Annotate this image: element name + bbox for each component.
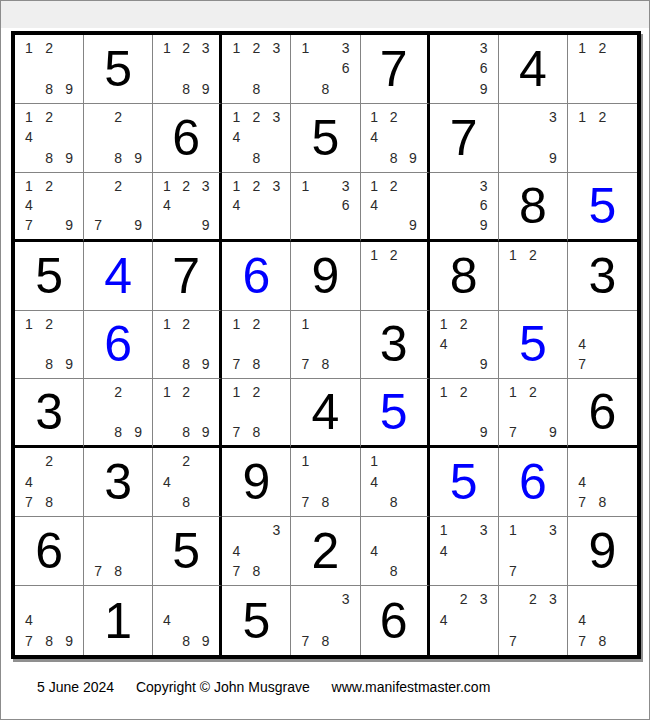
pencil-mark-2: 2 — [108, 382, 128, 402]
cell-r7c1[interactable]: 2478 — [15, 448, 84, 517]
solved-digit: 6 — [222, 242, 290, 310]
pencil-mark-2: 2 — [523, 589, 543, 610]
cell-r8c8[interactable]: 137 — [499, 517, 568, 586]
pencil-mark-4: 4 — [434, 334, 454, 354]
cell-r6c2[interactable]: 289 — [84, 379, 153, 448]
pencil-mark-4: 4 — [19, 127, 39, 147]
pencil-mark-9: 9 — [196, 630, 215, 651]
pencil-mark-8: 8 — [177, 354, 196, 374]
cell-r8c4[interactable]: 3478 — [222, 517, 291, 586]
given-digit: 3 — [568, 242, 637, 310]
pencil-mark-4: 4 — [157, 195, 176, 215]
given-digit: 9 — [222, 448, 290, 516]
pencil-mark-2: 2 — [177, 314, 196, 334]
footer-website: www.manifestmaster.com — [332, 679, 491, 695]
pencil-mark-4: 4 — [434, 610, 454, 631]
pencil-mark-7: 7 — [226, 561, 246, 581]
cell-r1c9[interactable]: 12 — [568, 35, 637, 104]
pencil-marks: 12389 — [157, 38, 215, 99]
cell-r8c1[interactable]: 6 — [15, 517, 84, 586]
pencil-marks: 47 — [572, 314, 633, 375]
pencil-mark-4: 4 — [365, 472, 384, 492]
given-digit: 5 — [153, 517, 219, 585]
footer-date: 5 June 2024 — [37, 679, 114, 695]
cell-r1c1[interactable]: 1289 — [15, 35, 84, 104]
pencil-mark-7: 7 — [19, 492, 39, 512]
cell-r3c4[interactable]: 1234 — [222, 173, 291, 242]
pencil-mark-8: 8 — [246, 354, 266, 374]
cell-r6c1[interactable]: 3 — [15, 379, 84, 448]
cell-r2c4[interactable]: 12348 — [222, 104, 291, 173]
pencil-marks: 369 — [434, 176, 494, 235]
pencil-mark-8: 8 — [39, 79, 59, 99]
footer: 5 June 2024 Copyright © John Musgrave ww… — [37, 679, 508, 695]
pencil-mark-4: 4 — [19, 610, 39, 631]
pencil-marks: 1289 — [157, 314, 215, 375]
cell-r7c4[interactable]: 9 — [222, 448, 291, 517]
pencil-mark-2: 2 — [384, 176, 403, 196]
pencil-mark-1: 1 — [365, 245, 384, 265]
pencil-mark-2: 2 — [592, 107, 612, 127]
cell-r1c6[interactable]: 7 — [361, 35, 430, 104]
given-digit: 6 — [15, 517, 83, 585]
pencil-mark-4: 4 — [157, 472, 176, 492]
pencil-marks: 378 — [295, 589, 355, 651]
pencil-marks: 369 — [434, 38, 494, 99]
cell-r8c6[interactable]: 48 — [361, 517, 430, 586]
pencil-marks: 1279 — [503, 382, 563, 441]
cell-r3c9[interactable]: 5 — [568, 173, 637, 242]
given-digit: 1 — [84, 586, 152, 655]
cell-r1c5[interactable]: 1368 — [291, 35, 360, 104]
cell-r2c6[interactable]: 12489 — [361, 104, 430, 173]
cell-r4c4[interactable]: 6 — [222, 242, 291, 311]
pencil-mark-8: 8 — [108, 561, 128, 581]
pencil-mark-8: 8 — [39, 147, 59, 167]
cell-r8c2[interactable]: 78 — [84, 517, 153, 586]
cell-r2c3[interactable]: 6 — [153, 104, 222, 173]
pencil-mark-1: 1 — [157, 38, 176, 58]
cell-r7c3[interactable]: 248 — [153, 448, 222, 517]
pencil-mark-2: 2 — [177, 176, 196, 196]
pencil-mark-9: 9 — [59, 354, 79, 374]
cell-r8c3[interactable]: 5 — [153, 517, 222, 586]
cell-r2c8[interactable]: 39 — [499, 104, 568, 173]
cell-r9c2[interactable]: 1 — [84, 586, 153, 655]
pencil-mark-1: 1 — [572, 38, 592, 58]
given-digit: 7 — [361, 35, 427, 103]
cell-r6c7[interactable]: 129 — [430, 379, 499, 448]
pencil-mark-1: 1 — [295, 38, 315, 58]
pencil-mark-4: 4 — [19, 195, 39, 215]
pencil-mark-7: 7 — [503, 630, 523, 651]
pencil-mark-2: 2 — [177, 382, 196, 402]
given-digit: 9 — [291, 242, 359, 310]
pencil-mark-3: 3 — [266, 38, 286, 58]
pencil-mark-3: 3 — [266, 107, 286, 127]
pencil-mark-4: 4 — [157, 610, 176, 631]
cell-r7c9[interactable]: 478 — [568, 448, 637, 517]
pencil-mark-9: 9 — [474, 422, 494, 442]
pencil-mark-7: 7 — [572, 354, 592, 374]
pencil-mark-1: 1 — [365, 107, 384, 127]
pencil-marks: 39 — [503, 107, 563, 168]
given-digit: 4 — [499, 35, 567, 103]
pencil-mark-8: 8 — [177, 79, 196, 99]
cell-r6c9[interactable]: 6 — [568, 379, 637, 448]
pencil-mark-7: 7 — [88, 215, 108, 235]
pencil-marks: 489 — [157, 589, 215, 651]
cell-r1c4[interactable]: 1238 — [222, 35, 291, 104]
pencil-marks: 2478 — [19, 451, 79, 512]
pencil-mark-7: 7 — [503, 561, 523, 581]
pencil-marks: 1278 — [226, 314, 286, 375]
given-digit: 6 — [361, 586, 427, 655]
pencil-mark-8: 8 — [315, 630, 335, 651]
cell-r2c9[interactable]: 12 — [568, 104, 637, 173]
pencil-mark-2: 2 — [246, 314, 266, 334]
cell-r1c2[interactable]: 5 — [84, 35, 153, 104]
pencil-mark-9: 9 — [403, 215, 422, 235]
cell-r3c3[interactable]: 12349 — [153, 173, 222, 242]
pencil-mark-2: 2 — [177, 38, 196, 58]
pencil-mark-8: 8 — [177, 422, 196, 442]
cell-r2c7[interactable]: 7 — [430, 104, 499, 173]
pencil-mark-8: 8 — [592, 492, 612, 512]
pencil-mark-1: 1 — [365, 176, 384, 196]
pencil-marks: 1289 — [19, 38, 79, 99]
pencil-mark-3: 3 — [336, 176, 356, 196]
cell-r9c5[interactable]: 378 — [291, 586, 360, 655]
pencil-mark-9: 9 — [59, 147, 79, 167]
pencil-mark-8: 8 — [315, 492, 335, 512]
pencil-marks: 289 — [88, 107, 148, 168]
pencil-mark-1: 1 — [503, 382, 523, 402]
pencil-mark-7: 7 — [295, 630, 315, 651]
cell-r5c4[interactable]: 1278 — [222, 311, 291, 380]
pencil-mark-4: 4 — [434, 541, 454, 561]
given-digit: 3 — [15, 379, 83, 445]
pencil-mark-1: 1 — [19, 107, 39, 127]
solved-digit: 4 — [84, 242, 152, 310]
cell-r4c6[interactable]: 12 — [361, 242, 430, 311]
pencil-mark-3: 3 — [474, 38, 494, 58]
pencil-marks: 129 — [434, 382, 494, 441]
pencil-marks: 12 — [503, 245, 563, 306]
top-band — [1, 1, 649, 28]
given-digit: 3 — [84, 448, 152, 516]
pencil-mark-3: 3 — [196, 176, 215, 196]
footer-copyright: Copyright © John Musgrave — [136, 679, 310, 695]
pencil-mark-2: 2 — [246, 382, 266, 402]
cell-r7c6[interactable]: 148 — [361, 448, 430, 517]
pencil-marks: 248 — [157, 451, 215, 512]
pencil-mark-9: 9 — [196, 215, 215, 235]
cell-r6c5[interactable]: 4 — [291, 379, 360, 448]
pencil-mark-2: 2 — [384, 107, 403, 127]
cell-r8c5[interactable]: 2 — [291, 517, 360, 586]
pencil-mark-8: 8 — [592, 630, 612, 651]
pencil-mark-7: 7 — [572, 630, 592, 651]
pencil-mark-1: 1 — [157, 314, 176, 334]
pencil-mark-4: 4 — [365, 127, 384, 147]
pencil-mark-3: 3 — [543, 589, 563, 610]
cell-r5c3[interactable]: 1289 — [153, 311, 222, 380]
cell-r5c1[interactable]: 1289 — [15, 311, 84, 380]
pencil-mark-8: 8 — [384, 147, 403, 167]
pencil-mark-7: 7 — [295, 354, 315, 374]
cell-r3c2[interactable]: 279 — [84, 173, 153, 242]
pencil-mark-1: 1 — [365, 451, 384, 471]
cell-r2c2[interactable]: 289 — [84, 104, 153, 173]
page: 1289512389123813687369412124892896123485… — [0, 0, 650, 720]
cell-r4c8[interactable]: 12 — [499, 242, 568, 311]
pencil-marks: 12489 — [365, 107, 423, 168]
cell-r4c2[interactable]: 4 — [84, 242, 153, 311]
pencil-mark-4: 4 — [226, 127, 246, 147]
cell-r3c7[interactable]: 369 — [430, 173, 499, 242]
pencil-mark-9: 9 — [128, 215, 148, 235]
pencil-mark-1: 1 — [226, 107, 246, 127]
pencil-mark-9: 9 — [196, 79, 215, 99]
cell-r7c2[interactable]: 3 — [84, 448, 153, 517]
cell-r5c8[interactable]: 5 — [499, 311, 568, 380]
pencil-marks: 12348 — [226, 107, 286, 168]
pencil-mark-9: 9 — [474, 354, 494, 374]
pencil-marks: 12489 — [19, 107, 79, 168]
pencil-mark-6: 6 — [474, 58, 494, 78]
pencil-mark-1: 1 — [572, 107, 592, 127]
pencil-mark-1: 1 — [157, 382, 176, 402]
pencil-mark-8: 8 — [315, 79, 335, 99]
pencil-mark-8: 8 — [177, 492, 196, 512]
pencil-marks: 148 — [365, 451, 423, 512]
cell-r9c9[interactable]: 478 — [568, 586, 637, 655]
cell-r8c9[interactable]: 9 — [568, 517, 637, 586]
pencil-marks: 279 — [88, 176, 148, 235]
pencil-mark-2: 2 — [523, 245, 543, 265]
pencil-marks: 1234 — [226, 176, 286, 235]
pencil-mark-7: 7 — [226, 354, 246, 374]
given-digit: 3 — [361, 311, 427, 379]
pencil-mark-3: 3 — [474, 520, 494, 540]
pencil-mark-6: 6 — [474, 195, 494, 215]
cell-r6c6[interactable]: 5 — [361, 379, 430, 448]
cell-r4c5[interactable]: 9 — [291, 242, 360, 311]
pencil-mark-9: 9 — [403, 147, 422, 167]
cell-r6c4[interactable]: 1278 — [222, 379, 291, 448]
pencil-mark-9: 9 — [543, 147, 563, 167]
pencil-mark-1: 1 — [226, 314, 246, 334]
pencil-mark-8: 8 — [315, 354, 335, 374]
pencil-mark-4: 4 — [572, 472, 592, 492]
cell-r9c1[interactable]: 4789 — [15, 586, 84, 655]
pencil-mark-7: 7 — [19, 630, 39, 651]
cell-r9c6[interactable]: 6 — [361, 586, 430, 655]
pencil-mark-4: 4 — [226, 195, 246, 215]
given-digit: 6 — [568, 379, 637, 445]
given-digit: 8 — [430, 242, 498, 310]
pencil-mark-3: 3 — [266, 176, 286, 196]
given-digit: 4 — [291, 379, 359, 445]
cell-r4c3[interactable]: 7 — [153, 242, 222, 311]
pencil-mark-2: 2 — [454, 589, 474, 610]
pencil-mark-2: 2 — [384, 245, 403, 265]
pencil-mark-3: 3 — [196, 38, 215, 58]
pencil-mark-1: 1 — [226, 176, 246, 196]
pencil-mark-9: 9 — [59, 79, 79, 99]
cell-r7c5[interactable]: 178 — [291, 448, 360, 517]
cell-r1c7[interactable]: 369 — [430, 35, 499, 104]
solved-digit: 5 — [361, 379, 427, 445]
pencil-mark-2: 2 — [246, 107, 266, 127]
pencil-marks: 178 — [295, 314, 355, 375]
pencil-mark-1: 1 — [434, 520, 454, 540]
cell-r1c3[interactable]: 12389 — [153, 35, 222, 104]
cell-r9c3[interactable]: 489 — [153, 586, 222, 655]
cell-r5c9[interactable]: 47 — [568, 311, 637, 380]
solved-digit: 6 — [84, 311, 152, 379]
given-digit: 2 — [291, 517, 359, 585]
pencil-mark-8: 8 — [39, 354, 59, 374]
pencil-mark-7: 7 — [503, 422, 523, 442]
cell-r2c1[interactable]: 12489 — [15, 104, 84, 173]
cell-r7c8[interactable]: 6 — [499, 448, 568, 517]
cell-r6c3[interactable]: 1289 — [153, 379, 222, 448]
pencil-mark-8: 8 — [246, 147, 266, 167]
pencil-mark-3: 3 — [336, 589, 356, 610]
pencil-mark-2: 2 — [592, 38, 612, 58]
given-digit: 5 — [15, 242, 83, 310]
cell-r3c8[interactable]: 8 — [499, 173, 568, 242]
pencil-mark-7: 7 — [226, 422, 246, 442]
pencil-mark-8: 8 — [246, 422, 266, 442]
pencil-marks: 12 — [572, 107, 633, 168]
pencil-mark-7: 7 — [19, 215, 39, 235]
pencil-mark-2: 2 — [523, 382, 543, 402]
pencil-mark-2: 2 — [454, 382, 474, 402]
pencil-mark-4: 4 — [19, 472, 39, 492]
pencil-marks: 1249 — [365, 176, 423, 235]
pencil-mark-2: 2 — [454, 314, 474, 334]
sudoku-board: 1289512389123813687369412124892896123485… — [11, 31, 641, 659]
cell-r9c8[interactable]: 237 — [499, 586, 568, 655]
pencil-mark-1: 1 — [503, 520, 523, 540]
cell-r4c9[interactable]: 3 — [568, 242, 637, 311]
pencil-mark-2: 2 — [246, 176, 266, 196]
pencil-mark-9: 9 — [59, 215, 79, 235]
pencil-mark-8: 8 — [384, 561, 403, 581]
pencil-marks: 137 — [503, 520, 563, 581]
pencil-marks: 12 — [365, 245, 423, 306]
pencil-marks: 1249 — [434, 314, 494, 375]
pencil-mark-1: 1 — [434, 314, 454, 334]
cell-r9c4[interactable]: 5 — [222, 586, 291, 655]
pencil-mark-4: 4 — [572, 334, 592, 354]
pencil-marks: 1278 — [226, 382, 286, 441]
cell-r3c5[interactable]: 136 — [291, 173, 360, 242]
pencil-mark-8: 8 — [246, 79, 266, 99]
cell-r3c6[interactable]: 1249 — [361, 173, 430, 242]
pencil-mark-1: 1 — [157, 176, 176, 196]
pencil-mark-3: 3 — [474, 589, 494, 610]
pencil-mark-7: 7 — [295, 492, 315, 512]
pencil-mark-1: 1 — [19, 314, 39, 334]
pencil-marks: 478 — [572, 451, 633, 512]
pencil-marks: 1368 — [295, 38, 355, 99]
pencil-mark-3: 3 — [336, 38, 356, 58]
cell-r9c7[interactable]: 234 — [430, 586, 499, 655]
pencil-mark-7: 7 — [88, 561, 108, 581]
pencil-marks: 4789 — [19, 589, 79, 651]
pencil-mark-8: 8 — [177, 630, 196, 651]
pencil-mark-2: 2 — [246, 38, 266, 58]
cell-r1c8[interactable]: 4 — [499, 35, 568, 104]
cell-r3c1[interactable]: 12479 — [15, 173, 84, 242]
pencil-marks: 237 — [503, 589, 563, 651]
pencil-mark-4: 4 — [226, 541, 246, 561]
cell-r6c8[interactable]: 1279 — [499, 379, 568, 448]
given-digit: 9 — [568, 517, 637, 585]
cell-r7c7[interactable]: 5 — [430, 448, 499, 517]
pencil-mark-2: 2 — [108, 107, 128, 127]
solved-digit: 5 — [568, 173, 637, 239]
pencil-marks: 1289 — [19, 314, 79, 375]
pencil-mark-7: 7 — [572, 492, 592, 512]
cell-r4c1[interactable]: 5 — [15, 242, 84, 311]
pencil-mark-4: 4 — [365, 195, 384, 215]
cell-r8c7[interactable]: 134 — [430, 517, 499, 586]
pencil-mark-8: 8 — [39, 630, 59, 651]
pencil-mark-1: 1 — [19, 176, 39, 196]
pencil-mark-3: 3 — [474, 176, 494, 196]
pencil-marks: 1289 — [157, 382, 215, 441]
pencil-mark-4: 4 — [572, 610, 592, 631]
pencil-mark-2: 2 — [108, 176, 128, 196]
given-digit: 7 — [430, 104, 498, 172]
cell-r5c7[interactable]: 1249 — [430, 311, 499, 380]
pencil-marks: 234 — [434, 589, 494, 651]
pencil-mark-9: 9 — [128, 147, 148, 167]
cell-r5c6[interactable]: 3 — [361, 311, 430, 380]
cell-r5c5[interactable]: 178 — [291, 311, 360, 380]
pencil-marks: 136 — [295, 176, 355, 235]
given-digit: 8 — [499, 173, 567, 239]
pencil-mark-2: 2 — [177, 451, 196, 471]
solved-digit: 5 — [499, 311, 567, 379]
pencil-mark-3: 3 — [543, 520, 563, 540]
pencil-mark-1: 1 — [19, 38, 39, 58]
pencil-mark-9: 9 — [474, 79, 494, 99]
cell-r5c2[interactable]: 6 — [84, 311, 153, 380]
pencil-marks: 1238 — [226, 38, 286, 99]
solved-digit: 5 — [430, 448, 498, 516]
pencil-marks: 12 — [572, 38, 633, 99]
cell-r4c7[interactable]: 8 — [430, 242, 499, 311]
pencil-mark-1: 1 — [295, 314, 315, 334]
pencil-marks: 12349 — [157, 176, 215, 235]
pencil-mark-8: 8 — [246, 561, 266, 581]
given-digit: 5 — [84, 35, 152, 103]
pencil-mark-8: 8 — [384, 492, 403, 512]
given-digit: 5 — [222, 586, 290, 655]
pencil-mark-9: 9 — [543, 422, 563, 442]
given-digit: 5 — [291, 104, 359, 172]
pencil-mark-9: 9 — [59, 630, 79, 651]
cell-r2c5[interactable]: 5 — [291, 104, 360, 173]
pencil-marks: 134 — [434, 520, 494, 581]
pencil-mark-2: 2 — [39, 451, 59, 471]
